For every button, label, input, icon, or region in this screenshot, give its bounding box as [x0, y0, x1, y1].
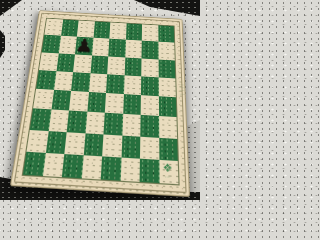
square-f4[interactable] — [123, 94, 141, 115]
board-margin: ♟ ┆┆┆┆ ❖ ··· — [10, 10, 190, 197]
square-h2[interactable] — [159, 137, 178, 160]
square-g1[interactable] — [140, 158, 159, 183]
square-f2[interactable] — [121, 135, 140, 158]
square-f3[interactable] — [122, 114, 141, 136]
square-e1[interactable] — [101, 156, 121, 181]
square-c7[interactable]: ♟ — [75, 37, 93, 55]
square-c1[interactable] — [62, 154, 83, 179]
square-b1[interactable] — [42, 153, 64, 177]
board-grid: ♟ — [22, 18, 180, 186]
square-d8[interactable] — [93, 21, 110, 38]
square-b4[interactable] — [51, 90, 71, 111]
square-d4[interactable] — [87, 92, 106, 113]
square-g4[interactable] — [141, 95, 159, 116]
square-h6[interactable] — [158, 59, 175, 78]
square-b3[interactable] — [48, 110, 69, 132]
square-f1[interactable] — [120, 157, 140, 182]
square-f7[interactable] — [125, 40, 142, 58]
square-g6[interactable] — [141, 58, 158, 77]
square-d2[interactable] — [83, 133, 103, 156]
square-h4[interactable] — [158, 96, 176, 117]
square-e5[interactable] — [106, 74, 124, 94]
square-e8[interactable] — [109, 22, 126, 39]
square-h7[interactable] — [158, 42, 175, 60]
square-d5[interactable] — [89, 73, 108, 93]
square-h8[interactable] — [158, 25, 174, 42]
square-c6[interactable] — [73, 54, 92, 73]
square-f6[interactable] — [124, 57, 141, 76]
square-c2[interactable] — [64, 132, 85, 155]
black-pawn-c7[interactable]: ♟ — [74, 36, 93, 55]
square-b2[interactable] — [45, 131, 66, 154]
square-e4[interactable] — [105, 93, 124, 114]
square-b6[interactable] — [56, 53, 75, 72]
square-d1[interactable] — [81, 155, 102, 180]
square-d7[interactable] — [92, 38, 110, 56]
square-g3[interactable] — [140, 115, 158, 137]
square-e3[interactable] — [103, 113, 122, 135]
square-h3[interactable] — [159, 116, 178, 138]
square-f5[interactable] — [123, 75, 141, 95]
square-g5[interactable] — [141, 76, 158, 96]
maker-logo-emblem-icon: ❖ — [163, 162, 173, 174]
square-e7[interactable] — [108, 39, 125, 57]
square-e2[interactable] — [102, 134, 122, 157]
chessboard: ♟ ┆┆┆┆ ❖ ··· — [10, 10, 190, 197]
maker-logo-caption: ··· — [165, 174, 171, 180]
maker-logo: ❖ ··· — [158, 160, 177, 183]
square-h5[interactable] — [158, 77, 176, 97]
brand-marking: ┆┆┆┆ — [176, 74, 185, 107]
square-b5[interactable] — [54, 71, 73, 91]
square-g7[interactable] — [142, 41, 159, 59]
square-f8[interactable] — [126, 23, 142, 40]
square-d6[interactable] — [90, 55, 108, 74]
square-c5[interactable] — [71, 72, 90, 92]
square-g8[interactable] — [142, 24, 158, 41]
square-e6[interactable] — [107, 56, 125, 75]
square-c3[interactable] — [67, 111, 87, 133]
square-g2[interactable] — [140, 136, 159, 159]
square-c4[interactable] — [69, 91, 89, 112]
square-d3[interactable] — [85, 112, 105, 134]
